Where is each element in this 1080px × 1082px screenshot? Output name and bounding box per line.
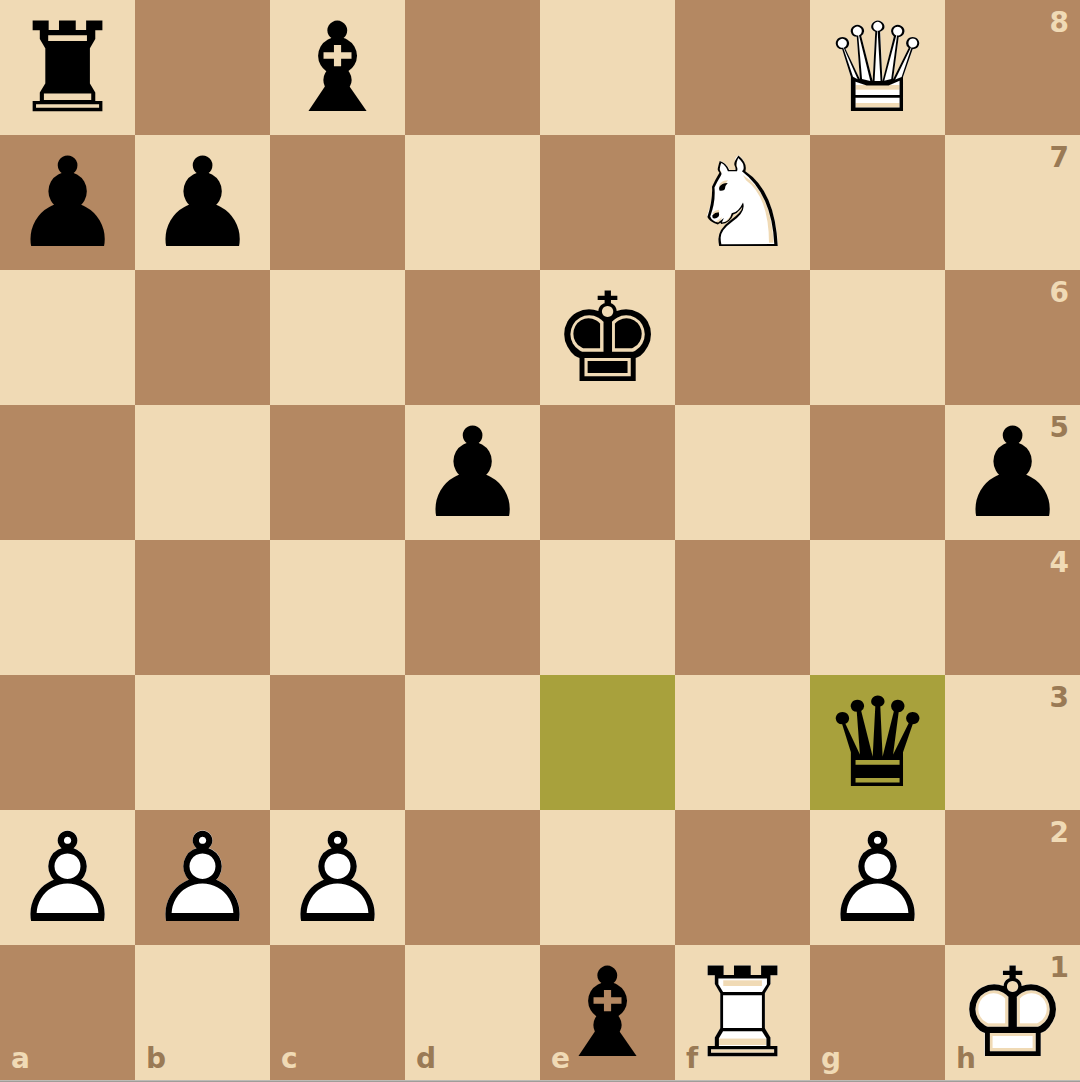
piece-black-pawn-d5[interactable]: ♟ — [405, 405, 540, 540]
rank-label-6: 6 — [1050, 279, 1069, 307]
square-a8[interactable]: ♜ — [0, 0, 135, 135]
square-e1[interactable]: e♝ — [540, 945, 675, 1080]
chess-app: ♜♝♛♕8♟♟♞♘7♚6♟5♟4♛3♟♙♟♙♟♙♟♙2abcde♝f♜♖gh1♚… — [0, 0, 1080, 1082]
piece-black-pawn-h5[interactable]: ♟ — [945, 405, 1080, 540]
square-b1[interactable]: b — [135, 945, 270, 1080]
square-b4[interactable] — [135, 540, 270, 675]
square-d2[interactable] — [405, 810, 540, 945]
rook-icon: ♜ — [0, 0, 135, 135]
pawn-outline-icon: ♙ — [270, 810, 405, 945]
square-h8[interactable]: 8 — [945, 0, 1080, 135]
square-c3[interactable] — [270, 675, 405, 810]
rook-icon: ♜ — [675, 945, 810, 1080]
file-label-g: g — [821, 1045, 841, 1073]
square-c6[interactable] — [270, 270, 405, 405]
piece-white-pawn-c2[interactable]: ♟♙ — [270, 810, 405, 945]
square-c4[interactable] — [270, 540, 405, 675]
square-b5[interactable] — [135, 405, 270, 540]
square-d1[interactable]: d — [405, 945, 540, 1080]
rank-label-8: 8 — [1050, 9, 1069, 37]
square-d6[interactable] — [405, 270, 540, 405]
square-b8[interactable] — [135, 0, 270, 135]
piece-black-king-e6[interactable]: ♚ — [540, 270, 675, 405]
square-g1[interactable]: g — [810, 945, 945, 1080]
file-label-a: a — [11, 1045, 30, 1073]
pawn-icon: ♟ — [135, 135, 270, 270]
rook-outline-icon: ♖ — [675, 945, 810, 1080]
queen-icon: ♛ — [810, 675, 945, 810]
piece-black-rook-a8[interactable]: ♜ — [0, 0, 135, 135]
pawn-outline-icon: ♙ — [810, 810, 945, 945]
pawn-outline-icon: ♙ — [0, 810, 135, 945]
square-f1[interactable]: f♜♖ — [675, 945, 810, 1080]
rank-label-4: 4 — [1050, 549, 1069, 577]
piece-black-pawn-a7[interactable]: ♟ — [0, 135, 135, 270]
square-h5[interactable]: 5♟ — [945, 405, 1080, 540]
pawn-icon: ♟ — [405, 405, 540, 540]
pawn-icon: ♟ — [945, 405, 1080, 540]
square-g4[interactable] — [810, 540, 945, 675]
square-a3[interactable] — [0, 675, 135, 810]
square-g8[interactable]: ♛♕ — [810, 0, 945, 135]
rank-label-7: 7 — [1050, 144, 1069, 172]
square-f3[interactable] — [675, 675, 810, 810]
square-e8[interactable] — [540, 0, 675, 135]
pawn-icon: ♟ — [270, 810, 405, 945]
piece-white-queen-g8[interactable]: ♛♕ — [810, 0, 945, 135]
square-a5[interactable] — [0, 405, 135, 540]
piece-white-pawn-b2[interactable]: ♟♙ — [135, 810, 270, 945]
square-h3[interactable]: 3 — [945, 675, 1080, 810]
queen-icon: ♛ — [810, 0, 945, 135]
square-f6[interactable] — [675, 270, 810, 405]
square-e3[interactable] — [540, 675, 675, 810]
square-g6[interactable] — [810, 270, 945, 405]
file-label-c: c — [281, 1045, 298, 1073]
bishop-icon: ♝ — [540, 945, 675, 1080]
piece-black-pawn-b7[interactable]: ♟ — [135, 135, 270, 270]
square-e6[interactable]: ♚ — [540, 270, 675, 405]
square-g5[interactable] — [810, 405, 945, 540]
king-outline-icon: ♔ — [945, 945, 1080, 1080]
square-f8[interactable] — [675, 0, 810, 135]
pawn-icon: ♟ — [810, 810, 945, 945]
square-e7[interactable] — [540, 135, 675, 270]
knight-outline-icon: ♘ — [675, 135, 810, 270]
rank-label-3: 3 — [1050, 684, 1069, 712]
square-a6[interactable] — [0, 270, 135, 405]
pawn-outline-icon: ♙ — [135, 810, 270, 945]
square-f2[interactable] — [675, 810, 810, 945]
piece-white-rook-f1[interactable]: ♜♖ — [675, 945, 810, 1080]
square-d4[interactable] — [405, 540, 540, 675]
bishop-icon: ♝ — [270, 0, 405, 135]
square-g7[interactable] — [810, 135, 945, 270]
king-icon: ♚ — [540, 270, 675, 405]
square-h1[interactable]: h1♚♔ — [945, 945, 1080, 1080]
chess-board: ♜♝♛♕8♟♟♞♘7♚6♟5♟4♛3♟♙♟♙♟♙♟♙2abcde♝f♜♖gh1♚… — [0, 0, 1080, 1080]
square-a4[interactable] — [0, 540, 135, 675]
square-c7[interactable] — [270, 135, 405, 270]
square-f4[interactable] — [675, 540, 810, 675]
square-f5[interactable] — [675, 405, 810, 540]
piece-black-bishop-c8[interactable]: ♝ — [270, 0, 405, 135]
piece-white-king-h1[interactable]: ♚♔ — [945, 945, 1080, 1080]
square-e5[interactable] — [540, 405, 675, 540]
file-label-d: d — [416, 1045, 436, 1073]
square-a1[interactable]: a — [0, 945, 135, 1080]
square-d7[interactable] — [405, 135, 540, 270]
square-c2[interactable]: ♟♙ — [270, 810, 405, 945]
queen-outline-icon: ♕ — [810, 0, 945, 135]
file-label-b: b — [146, 1045, 166, 1073]
piece-black-bishop-e1[interactable]: ♝ — [540, 945, 675, 1080]
square-e2[interactable] — [540, 810, 675, 945]
square-e4[interactable] — [540, 540, 675, 675]
square-a7[interactable]: ♟ — [0, 135, 135, 270]
square-d8[interactable] — [405, 0, 540, 135]
rank-label-2: 2 — [1050, 819, 1069, 847]
square-a2[interactable]: ♟♙ — [0, 810, 135, 945]
square-g3[interactable]: ♛ — [810, 675, 945, 810]
square-c8[interactable]: ♝ — [270, 0, 405, 135]
square-h2[interactable]: 2 — [945, 810, 1080, 945]
piece-black-queen-g3[interactable]: ♛ — [810, 675, 945, 810]
square-c1[interactable]: c — [270, 945, 405, 1080]
square-d5[interactable]: ♟ — [405, 405, 540, 540]
pawn-icon: ♟ — [0, 135, 135, 270]
knight-icon: ♞ — [675, 135, 810, 270]
square-c5[interactable] — [270, 405, 405, 540]
pawn-icon: ♟ — [0, 810, 135, 945]
square-d3[interactable] — [405, 675, 540, 810]
square-b7[interactable]: ♟ — [135, 135, 270, 270]
square-b2[interactable]: ♟♙ — [135, 810, 270, 945]
square-g2[interactable]: ♟♙ — [810, 810, 945, 945]
square-b3[interactable] — [135, 675, 270, 810]
square-f7[interactable]: ♞♘ — [675, 135, 810, 270]
piece-white-pawn-g2[interactable]: ♟♙ — [810, 810, 945, 945]
square-b6[interactable] — [135, 270, 270, 405]
pawn-icon: ♟ — [135, 810, 270, 945]
king-icon: ♚ — [945, 945, 1080, 1080]
square-h6[interactable]: 6 — [945, 270, 1080, 405]
square-h7[interactable]: 7 — [945, 135, 1080, 270]
piece-white-pawn-a2[interactable]: ♟♙ — [0, 810, 135, 945]
piece-white-knight-f7[interactable]: ♞♘ — [675, 135, 810, 270]
square-h4[interactable]: 4 — [945, 540, 1080, 675]
